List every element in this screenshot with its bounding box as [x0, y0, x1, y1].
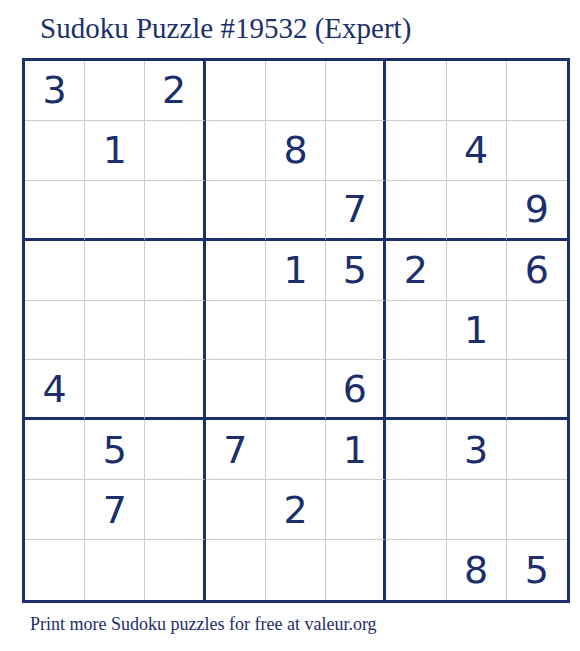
empty-cell-r8c3	[145, 480, 205, 540]
empty-cell-r3c3	[145, 181, 205, 241]
empty-cell-r5c4	[206, 301, 266, 361]
footer-text: Print more Sudoku puzzles for free at va…	[30, 614, 377, 635]
empty-cell-r1c2	[85, 61, 145, 121]
empty-cell-r6c7	[386, 360, 446, 420]
empty-cell-r9c5	[266, 540, 326, 600]
given-cell-r8c5: 2	[266, 480, 326, 540]
empty-cell-r9c4	[206, 540, 266, 600]
empty-cell-r3c7	[386, 181, 446, 241]
given-cell-r7c6: 1	[326, 420, 386, 480]
given-cell-r2c2: 1	[85, 121, 145, 181]
empty-cell-r9c1	[25, 540, 85, 600]
page-title: Sudoku Puzzle #19532 (Expert)	[40, 12, 411, 45]
empty-cell-r2c3	[145, 121, 205, 181]
empty-cell-r6c9	[507, 360, 567, 420]
empty-cell-r8c4	[206, 480, 266, 540]
empty-cell-r7c9	[507, 420, 567, 480]
given-cell-r9c8: 8	[447, 540, 507, 600]
empty-cell-r7c1	[25, 420, 85, 480]
empty-cell-r5c9	[507, 301, 567, 361]
empty-cell-r6c5	[266, 360, 326, 420]
given-cell-r9c9: 5	[507, 540, 567, 600]
empty-cell-r1c4	[206, 61, 266, 121]
empty-cell-r1c9	[507, 61, 567, 121]
empty-cell-r7c3	[145, 420, 205, 480]
empty-cell-r3c8	[447, 181, 507, 241]
empty-cell-r2c9	[507, 121, 567, 181]
given-cell-r2c5: 8	[266, 121, 326, 181]
empty-cell-r5c2	[85, 301, 145, 361]
given-cell-r1c3: 2	[145, 61, 205, 121]
given-cell-r5c8: 1	[447, 301, 507, 361]
given-cell-r3c6: 7	[326, 181, 386, 241]
empty-cell-r4c4	[206, 241, 266, 301]
sudoku-page: Sudoku Puzzle #19532 (Expert) 3218479152…	[0, 0, 580, 651]
empty-cell-r2c1	[25, 121, 85, 181]
given-cell-r1c1: 3	[25, 61, 85, 121]
empty-cell-r6c3	[145, 360, 205, 420]
empty-cell-r3c2	[85, 181, 145, 241]
sudoku-board: 3218479152614657137285	[22, 58, 570, 603]
empty-cell-r5c5	[266, 301, 326, 361]
empty-cell-r8c1	[25, 480, 85, 540]
empty-cell-r5c6	[326, 301, 386, 361]
given-cell-r2c8: 4	[447, 121, 507, 181]
empty-cell-r3c4	[206, 181, 266, 241]
given-cell-r7c8: 3	[447, 420, 507, 480]
given-cell-r7c4: 7	[206, 420, 266, 480]
empty-cell-r2c6	[326, 121, 386, 181]
given-cell-r6c1: 4	[25, 360, 85, 420]
given-cell-r4c9: 6	[507, 241, 567, 301]
empty-cell-r7c5	[266, 420, 326, 480]
given-cell-r3c9: 9	[507, 181, 567, 241]
empty-cell-r2c7	[386, 121, 446, 181]
empty-cell-r4c2	[85, 241, 145, 301]
empty-cell-r6c2	[85, 360, 145, 420]
empty-cell-r8c8	[447, 480, 507, 540]
given-cell-r4c6: 5	[326, 241, 386, 301]
empty-cell-r1c8	[447, 61, 507, 121]
empty-cell-r4c3	[145, 241, 205, 301]
empty-cell-r4c8	[447, 241, 507, 301]
empty-cell-r7c7	[386, 420, 446, 480]
given-cell-r7c2: 5	[85, 420, 145, 480]
given-cell-r6c6: 6	[326, 360, 386, 420]
given-cell-r4c7: 2	[386, 241, 446, 301]
empty-cell-r1c5	[266, 61, 326, 121]
empty-cell-r9c6	[326, 540, 386, 600]
empty-cell-r2c4	[206, 121, 266, 181]
given-cell-r8c2: 7	[85, 480, 145, 540]
empty-cell-r3c1	[25, 181, 85, 241]
empty-cell-r5c3	[145, 301, 205, 361]
empty-cell-r8c6	[326, 480, 386, 540]
empty-cell-r8c9	[507, 480, 567, 540]
given-cell-r4c5: 1	[266, 241, 326, 301]
empty-cell-r5c1	[25, 301, 85, 361]
empty-cell-r6c4	[206, 360, 266, 420]
empty-cell-r5c7	[386, 301, 446, 361]
empty-cell-r9c3	[145, 540, 205, 600]
empty-cell-r3c5	[266, 181, 326, 241]
empty-cell-r6c8	[447, 360, 507, 420]
empty-cell-r9c7	[386, 540, 446, 600]
empty-cell-r8c7	[386, 480, 446, 540]
empty-cell-r4c1	[25, 241, 85, 301]
empty-cell-r9c2	[85, 540, 145, 600]
empty-cell-r1c7	[386, 61, 446, 121]
empty-cell-r1c6	[326, 61, 386, 121]
